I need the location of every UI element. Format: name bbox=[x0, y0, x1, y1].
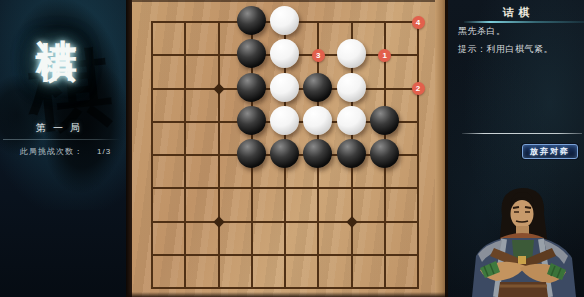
tsumego-screen: 棋 诘棋 第一局 此局挑战次数：1/3 1234 诘棋 黑先杀白。 提示：利用白… bbox=[0, 0, 584, 297]
board-edge bbox=[126, 292, 448, 297]
board-edge bbox=[126, 0, 448, 2]
move-marker: 3 bbox=[312, 49, 325, 62]
black-stone bbox=[270, 139, 299, 168]
white-stone bbox=[337, 106, 366, 135]
white-stone bbox=[270, 73, 299, 102]
objective-text: 黑先杀白。 bbox=[458, 25, 506, 38]
grid-line bbox=[151, 221, 419, 223]
grid-line bbox=[151, 187, 419, 189]
attempts-counter: 此局挑战次数：1/3 bbox=[20, 146, 111, 157]
resign-button[interactable]: 放弃对弈 bbox=[522, 144, 578, 159]
title-divider bbox=[464, 21, 584, 23]
board-grid[interactable]: 1234 bbox=[152, 22, 419, 289]
black-stone bbox=[337, 139, 366, 168]
grid-line bbox=[417, 21, 419, 289]
star-point bbox=[213, 83, 224, 94]
info-panel: 诘棋 黑先杀白。 提示：利用白棋气紧。 放弃对弈 bbox=[448, 0, 584, 297]
stage-label: 第一局 bbox=[0, 121, 116, 135]
black-stone bbox=[237, 106, 266, 135]
grid-line bbox=[151, 287, 419, 289]
white-stone bbox=[303, 106, 332, 135]
white-stone bbox=[337, 73, 366, 102]
black-stone bbox=[370, 106, 399, 135]
star-point bbox=[213, 216, 224, 227]
attempts-label: 此局挑战次数： bbox=[20, 147, 83, 156]
grid-line bbox=[151, 254, 419, 256]
calligraphy-title: 诘棋 bbox=[30, 6, 85, 118]
star-point bbox=[346, 216, 357, 227]
panel-divider bbox=[462, 133, 582, 134]
black-stone bbox=[370, 139, 399, 168]
move-marker: 4 bbox=[412, 16, 425, 29]
black-stone bbox=[237, 39, 266, 68]
black-stone bbox=[237, 139, 266, 168]
hint-text: 提示：利用白棋气紧。 bbox=[458, 43, 553, 56]
sidebar-divider bbox=[3, 139, 120, 140]
black-stone bbox=[303, 73, 332, 102]
black-stone bbox=[237, 73, 266, 102]
character-portrait bbox=[464, 184, 584, 297]
move-marker: 2 bbox=[412, 82, 425, 95]
move-marker: 1 bbox=[378, 49, 391, 62]
white-stone bbox=[270, 39, 299, 68]
board-edge bbox=[435, 0, 448, 297]
panel-title: 诘棋 bbox=[448, 5, 584, 20]
white-stone bbox=[270, 106, 299, 135]
go-board[interactable]: 1234 bbox=[126, 0, 448, 297]
white-stone bbox=[270, 6, 299, 35]
left-sidebar: 棋 诘棋 第一局 此局挑战次数：1/3 bbox=[0, 0, 126, 297]
board-edge bbox=[126, 0, 132, 297]
attempts-value: 1/3 bbox=[97, 147, 111, 156]
white-stone bbox=[337, 39, 366, 68]
black-stone bbox=[303, 139, 332, 168]
black-stone bbox=[237, 6, 266, 35]
